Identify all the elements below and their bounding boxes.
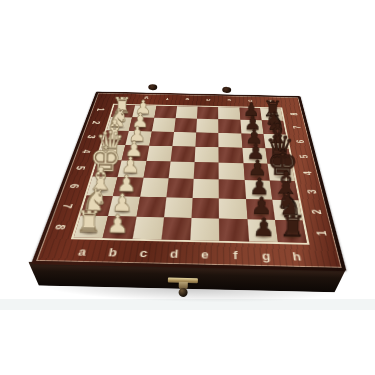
file-label-top-b: b bbox=[239, 96, 261, 106]
square-c7[interactable] bbox=[136, 196, 166, 217]
file-labels-bottom: abcdefgh bbox=[64, 241, 314, 267]
chess-board: abcdefgh hgfedcba 12345678 87654321 ♜♟♟♜… bbox=[31, 92, 347, 272]
square-e7[interactable] bbox=[192, 198, 220, 219]
file-label-top-e: e bbox=[177, 95, 199, 105]
rank-label-left-1: 1 bbox=[88, 104, 113, 115]
square-g8[interactable]: ♟ bbox=[247, 219, 278, 242]
black-pawn-g8[interactable]: ♟ bbox=[252, 215, 275, 241]
square-b8[interactable]: ♟ bbox=[103, 216, 136, 239]
square-d5[interactable] bbox=[168, 162, 194, 179]
file-label-top-d: d bbox=[198, 95, 219, 105]
square-d8[interactable] bbox=[161, 217, 191, 240]
white-rook-a8[interactable]: ♜ bbox=[75, 207, 103, 238]
white-pawn-b8[interactable]: ♟ bbox=[106, 212, 129, 238]
file-label-g: g bbox=[250, 245, 283, 266]
photo-background: abcdefgh hgfedcba 12345678 87654321 ♜♟♟♜… bbox=[0, 0, 375, 375]
square-h8[interactable]: ♜ bbox=[275, 220, 307, 243]
file-label-top-c: c bbox=[219, 96, 240, 106]
rank-label-left-2: 2 bbox=[83, 117, 109, 128]
square-f8[interactable] bbox=[219, 218, 248, 241]
chess-set: abcdefgh hgfedcba 12345678 87654321 ♜♟♟♜… bbox=[0, 0, 375, 375]
square-e8[interactable] bbox=[190, 218, 219, 241]
board-perspective-wrapper: abcdefgh hgfedcba 12345678 87654321 ♜♟♟♜… bbox=[68, 35, 322, 289]
square-f7[interactable] bbox=[219, 198, 247, 219]
file-label-top-h: h bbox=[113, 93, 136, 103]
file-label-top-a: a bbox=[260, 97, 282, 107]
rank-label-right-7: 7 bbox=[285, 121, 310, 132]
file-label-b: b bbox=[95, 242, 130, 263]
square-c8[interactable] bbox=[132, 217, 164, 240]
square-d7[interactable] bbox=[164, 197, 193, 218]
file-label-top-f: f bbox=[156, 94, 178, 104]
file-label-top-g: g bbox=[135, 94, 158, 104]
rank-label-right-8: 8 bbox=[282, 109, 306, 120]
black-rook-h8[interactable]: ♜ bbox=[279, 211, 307, 242]
